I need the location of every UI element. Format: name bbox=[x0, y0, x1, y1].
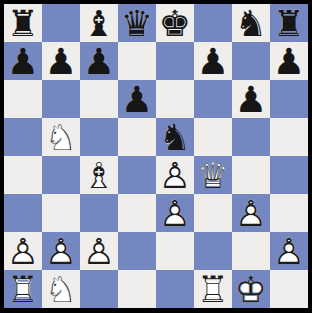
piece-line-glyph: ♟ bbox=[4, 42, 42, 80]
square-h2[interactable]: ♟♙ bbox=[270, 232, 308, 270]
piece-line-glyph: ♙ bbox=[42, 232, 80, 270]
square-b4[interactable] bbox=[42, 156, 80, 194]
square-a7[interactable]: ♙♟ bbox=[4, 42, 42, 80]
square-e4[interactable]: ♟♙ bbox=[156, 156, 194, 194]
black-queen: ♕♛ bbox=[118, 4, 156, 42]
square-c4[interactable]: ♝♗ bbox=[80, 156, 118, 194]
piece-line-glyph: ♖ bbox=[4, 270, 42, 308]
piece-line-glyph: ♜ bbox=[270, 4, 308, 42]
black-pawn: ♙♟ bbox=[118, 80, 156, 118]
square-e2[interactable] bbox=[156, 232, 194, 270]
square-f6[interactable] bbox=[194, 80, 232, 118]
piece-line-glyph: ♟ bbox=[194, 42, 232, 80]
square-h3[interactable] bbox=[270, 194, 308, 232]
square-a4[interactable] bbox=[4, 156, 42, 194]
black-rook: ♖♜ bbox=[270, 4, 308, 42]
square-g5[interactable] bbox=[232, 118, 270, 156]
white-queen: ♛♕ bbox=[194, 156, 232, 194]
square-d3[interactable] bbox=[118, 194, 156, 232]
piece-line-glyph: ♔ bbox=[232, 270, 270, 308]
square-g6[interactable]: ♙♟ bbox=[232, 80, 270, 118]
piece-line-glyph: ♙ bbox=[156, 194, 194, 232]
square-f5[interactable] bbox=[194, 118, 232, 156]
white-king: ♚♔ bbox=[232, 270, 270, 308]
square-c7[interactable]: ♙♟ bbox=[80, 42, 118, 80]
piece-line-glyph: ♙ bbox=[4, 232, 42, 270]
square-b1[interactable]: ♞♘ bbox=[42, 270, 80, 308]
square-a6[interactable] bbox=[4, 80, 42, 118]
white-bishop: ♝♗ bbox=[80, 156, 118, 194]
piece-line-glyph: ♘ bbox=[42, 118, 80, 156]
square-b2[interactable]: ♟♙ bbox=[42, 232, 80, 270]
piece-line-glyph: ♙ bbox=[80, 232, 118, 270]
square-f7[interactable]: ♙♟ bbox=[194, 42, 232, 80]
piece-line-glyph: ♟ bbox=[80, 42, 118, 80]
piece-line-glyph: ♜ bbox=[4, 4, 42, 42]
square-f8[interactable] bbox=[194, 4, 232, 42]
piece-line-glyph: ♟ bbox=[270, 42, 308, 80]
square-g7[interactable] bbox=[232, 42, 270, 80]
piece-line-glyph: ♛ bbox=[118, 4, 156, 42]
white-rook: ♜♖ bbox=[194, 270, 232, 308]
square-g1[interactable]: ♚♔ bbox=[232, 270, 270, 308]
chess-board: ♖♜♗♝♕♛♔♚♘♞♖♜♙♟♙♟♙♟♙♟♙♟♙♟♙♟♞♘♘♞♝♗♟♙♛♕♟♙♟♙… bbox=[4, 4, 308, 308]
piece-line-glyph: ♗ bbox=[80, 156, 118, 194]
square-d5[interactable] bbox=[118, 118, 156, 156]
square-b8[interactable] bbox=[42, 4, 80, 42]
square-h4[interactable] bbox=[270, 156, 308, 194]
square-b5[interactable]: ♞♘ bbox=[42, 118, 80, 156]
square-a1[interactable]: ♜♖ bbox=[4, 270, 42, 308]
square-d7[interactable] bbox=[118, 42, 156, 80]
square-d2[interactable] bbox=[118, 232, 156, 270]
piece-line-glyph: ♖ bbox=[194, 270, 232, 308]
piece-line-glyph: ♟ bbox=[42, 42, 80, 80]
square-c2[interactable]: ♟♙ bbox=[80, 232, 118, 270]
square-f2[interactable] bbox=[194, 232, 232, 270]
square-g8[interactable]: ♘♞ bbox=[232, 4, 270, 42]
square-g2[interactable] bbox=[232, 232, 270, 270]
black-bishop: ♗♝ bbox=[80, 4, 118, 42]
white-knight: ♞♘ bbox=[42, 118, 80, 156]
square-h1[interactable] bbox=[270, 270, 308, 308]
board-frame: ♖♜♗♝♕♛♔♚♘♞♖♜♙♟♙♟♙♟♙♟♙♟♙♟♙♟♞♘♘♞♝♗♟♙♛♕♟♙♟♙… bbox=[0, 0, 312, 313]
square-h5[interactable] bbox=[270, 118, 308, 156]
black-pawn: ♙♟ bbox=[270, 42, 308, 80]
piece-line-glyph: ♚ bbox=[156, 4, 194, 42]
white-pawn: ♟♙ bbox=[156, 156, 194, 194]
piece-line-glyph: ♞ bbox=[156, 118, 194, 156]
square-d8[interactable]: ♕♛ bbox=[118, 4, 156, 42]
black-pawn: ♙♟ bbox=[232, 80, 270, 118]
square-h7[interactable]: ♙♟ bbox=[270, 42, 308, 80]
black-pawn: ♙♟ bbox=[4, 42, 42, 80]
piece-line-glyph: ♙ bbox=[156, 156, 194, 194]
piece-line-glyph: ♘ bbox=[42, 270, 80, 308]
piece-line-glyph: ♕ bbox=[194, 156, 232, 194]
black-pawn: ♙♟ bbox=[42, 42, 80, 80]
black-knight: ♘♞ bbox=[156, 118, 194, 156]
square-e5[interactable]: ♘♞ bbox=[156, 118, 194, 156]
piece-line-glyph: ♞ bbox=[232, 4, 270, 42]
black-rook: ♖♜ bbox=[4, 4, 42, 42]
square-d6[interactable]: ♙♟ bbox=[118, 80, 156, 118]
black-king: ♔♚ bbox=[156, 4, 194, 42]
square-c3[interactable] bbox=[80, 194, 118, 232]
square-h8[interactable]: ♖♜ bbox=[270, 4, 308, 42]
white-knight: ♞♘ bbox=[42, 270, 80, 308]
square-d1[interactable] bbox=[118, 270, 156, 308]
square-c6[interactable] bbox=[80, 80, 118, 118]
white-pawn: ♟♙ bbox=[80, 232, 118, 270]
square-c8[interactable]: ♗♝ bbox=[80, 4, 118, 42]
white-pawn: ♟♙ bbox=[232, 194, 270, 232]
square-a5[interactable] bbox=[4, 118, 42, 156]
square-e8[interactable]: ♔♚ bbox=[156, 4, 194, 42]
square-h6[interactable] bbox=[270, 80, 308, 118]
square-d4[interactable] bbox=[118, 156, 156, 194]
square-a2[interactable]: ♟♙ bbox=[4, 232, 42, 270]
piece-line-glyph: ♙ bbox=[232, 194, 270, 232]
square-b6[interactable] bbox=[42, 80, 80, 118]
piece-line-glyph: ♟ bbox=[232, 80, 270, 118]
square-b7[interactable]: ♙♟ bbox=[42, 42, 80, 80]
square-e7[interactable] bbox=[156, 42, 194, 80]
white-pawn: ♟♙ bbox=[156, 194, 194, 232]
black-pawn: ♙♟ bbox=[80, 42, 118, 80]
white-pawn: ♟♙ bbox=[270, 232, 308, 270]
square-e6[interactable] bbox=[156, 80, 194, 118]
square-e1[interactable] bbox=[156, 270, 194, 308]
white-pawn: ♟♙ bbox=[42, 232, 80, 270]
piece-line-glyph: ♙ bbox=[270, 232, 308, 270]
square-a8[interactable]: ♖♜ bbox=[4, 4, 42, 42]
square-f4[interactable]: ♛♕ bbox=[194, 156, 232, 194]
square-b3[interactable] bbox=[42, 194, 80, 232]
square-g3[interactable]: ♟♙ bbox=[232, 194, 270, 232]
square-g4[interactable] bbox=[232, 156, 270, 194]
piece-line-glyph: ♟ bbox=[118, 80, 156, 118]
square-c5[interactable] bbox=[80, 118, 118, 156]
white-pawn: ♟♙ bbox=[4, 232, 42, 270]
square-e3[interactable]: ♟♙ bbox=[156, 194, 194, 232]
black-pawn: ♙♟ bbox=[194, 42, 232, 80]
square-f3[interactable] bbox=[194, 194, 232, 232]
square-f1[interactable]: ♜♖ bbox=[194, 270, 232, 308]
piece-line-glyph: ♝ bbox=[80, 4, 118, 42]
black-knight: ♘♞ bbox=[232, 4, 270, 42]
square-c1[interactable] bbox=[80, 270, 118, 308]
square-a3[interactable] bbox=[4, 194, 42, 232]
white-rook: ♜♖ bbox=[4, 270, 42, 308]
